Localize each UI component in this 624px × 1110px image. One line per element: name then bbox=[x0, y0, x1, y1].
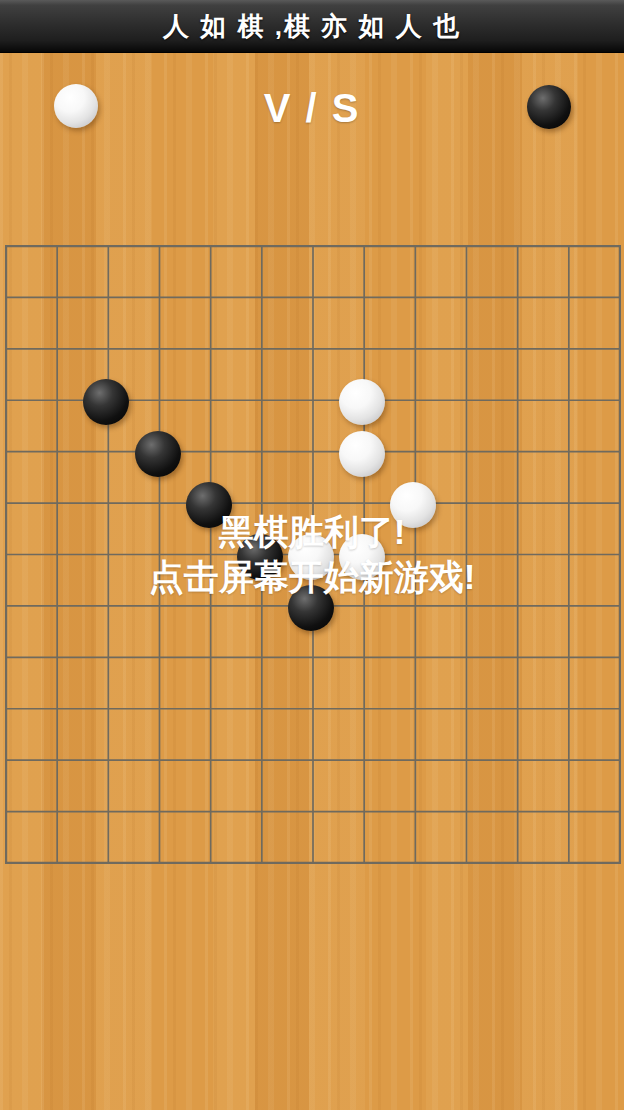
win-message: 黑棋胜利了! bbox=[0, 509, 624, 554]
black-player-stone-icon bbox=[527, 85, 571, 129]
app-motto: 人 如 棋 ,棋 亦 如 人 也 bbox=[163, 9, 461, 44]
restart-hint: 点击屏幕开始新游戏! bbox=[0, 554, 624, 599]
game-over-overlay[interactable]: 黑棋胜利了! 点击屏幕开始新游戏! bbox=[0, 509, 624, 599]
title-bar: 人 如 棋 ,棋 亦 如 人 也 bbox=[0, 0, 624, 53]
white-stone bbox=[339, 431, 385, 477]
gomoku-app[interactable]: 人 如 棋 ,棋 亦 如 人 也 V / S 黑棋胜利了! 点击屏幕开始新游戏! bbox=[0, 0, 624, 1110]
black-stone bbox=[135, 431, 181, 477]
